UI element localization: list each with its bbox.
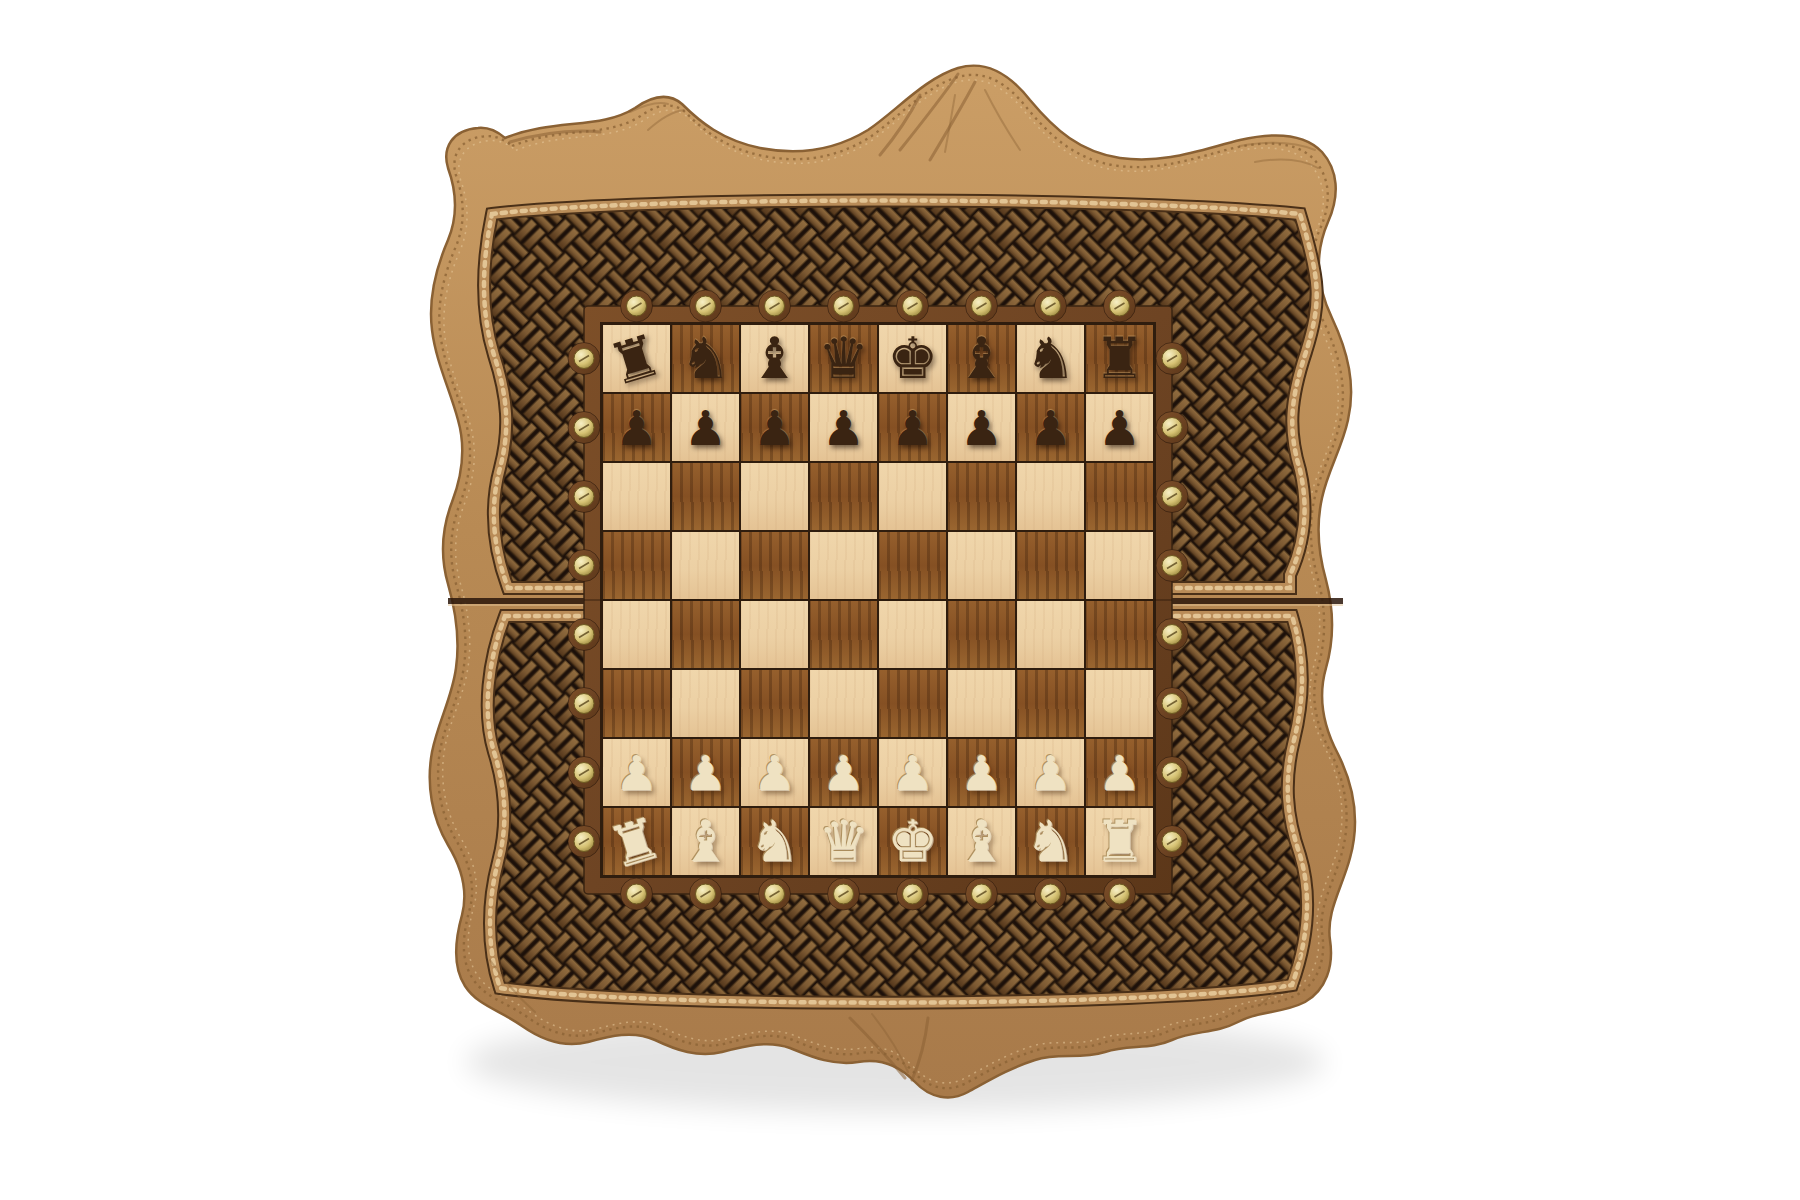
square-h7[interactable]: ♟ — [1085, 393, 1154, 462]
square-b2[interactable]: ♟ — [671, 738, 740, 807]
square-e3[interactable] — [878, 669, 947, 738]
square-f2[interactable]: ♟ — [947, 738, 1016, 807]
piece-black-bishop: ♝ — [956, 330, 1007, 387]
square-h4[interactable] — [1085, 600, 1154, 669]
square-b8[interactable]: ♞ — [671, 324, 740, 393]
piece-black-pawn: ♟ — [615, 404, 658, 452]
piece-white-pawn: ♟ — [1098, 749, 1141, 797]
square-c3[interactable] — [740, 669, 809, 738]
square-h6[interactable] — [1085, 462, 1154, 531]
square-e2[interactable]: ♟ — [878, 738, 947, 807]
square-g7[interactable]: ♟ — [1016, 393, 1085, 462]
piece-black-rook: ♜ — [602, 325, 668, 394]
piece-white-rook: ♜ — [1094, 813, 1145, 870]
piece-black-pawn: ♟ — [684, 404, 727, 452]
square-e1[interactable]: ♚ — [878, 807, 947, 876]
piece-white-knight: ♞ — [1025, 813, 1076, 870]
square-a4[interactable] — [602, 600, 671, 669]
piece-white-pawn: ♟ — [615, 749, 658, 797]
square-c5[interactable] — [740, 531, 809, 600]
square-b3[interactable] — [671, 669, 740, 738]
square-c7[interactable]: ♟ — [740, 393, 809, 462]
square-a8[interactable]: ♜ — [602, 324, 671, 393]
square-a2[interactable]: ♟ — [602, 738, 671, 807]
square-f1[interactable]: ♝ — [947, 807, 1016, 876]
square-a1[interactable]: ♜ — [602, 807, 671, 876]
piece-white-pawn: ♟ — [891, 749, 934, 797]
piece-black-rook: ♜ — [1094, 330, 1145, 387]
square-f6[interactable] — [947, 462, 1016, 531]
square-a6[interactable] — [602, 462, 671, 531]
square-a5[interactable] — [602, 531, 671, 600]
piece-black-queen: ♛ — [818, 330, 869, 387]
square-h1[interactable]: ♜ — [1085, 807, 1154, 876]
square-g1[interactable]: ♞ — [1016, 807, 1085, 876]
square-d1[interactable]: ♛ — [809, 807, 878, 876]
square-e5[interactable] — [878, 531, 947, 600]
square-g4[interactable] — [1016, 600, 1085, 669]
square-d7[interactable]: ♟ — [809, 393, 878, 462]
piece-black-pawn: ♟ — [753, 404, 796, 452]
square-h5[interactable] — [1085, 531, 1154, 600]
square-e4[interactable] — [878, 600, 947, 669]
square-d8[interactable]: ♛ — [809, 324, 878, 393]
square-e7[interactable]: ♟ — [878, 393, 947, 462]
piece-white-pawn: ♟ — [822, 749, 865, 797]
square-d3[interactable] — [809, 669, 878, 738]
square-g5[interactable] — [1016, 531, 1085, 600]
square-h2[interactable]: ♟ — [1085, 738, 1154, 807]
square-g8[interactable]: ♞ — [1016, 324, 1085, 393]
piece-black-bishop: ♝ — [749, 330, 800, 387]
square-f4[interactable] — [947, 600, 1016, 669]
square-a7[interactable]: ♟ — [602, 393, 671, 462]
piece-white-bishop: ♝ — [680, 813, 731, 870]
piece-black-king: ♚ — [887, 330, 938, 387]
piece-white-pawn: ♟ — [684, 749, 727, 797]
square-c1[interactable]: ♞ — [740, 807, 809, 876]
square-g6[interactable] — [1016, 462, 1085, 531]
square-c6[interactable] — [740, 462, 809, 531]
piece-white-queen: ♛ — [818, 813, 869, 870]
square-e6[interactable] — [878, 462, 947, 531]
square-f5[interactable] — [947, 531, 1016, 600]
square-c8[interactable]: ♝ — [740, 324, 809, 393]
square-c2[interactable]: ♟ — [740, 738, 809, 807]
square-f3[interactable] — [947, 669, 1016, 738]
square-b5[interactable] — [671, 531, 740, 600]
square-h8[interactable]: ♜ — [1085, 324, 1154, 393]
square-b6[interactable] — [671, 462, 740, 531]
square-b7[interactable]: ♟ — [671, 393, 740, 462]
square-a3[interactable] — [602, 669, 671, 738]
square-b1[interactable]: ♝ — [671, 807, 740, 876]
board-fold-line — [584, 599, 1172, 601]
piece-white-knight: ♞ — [749, 813, 800, 870]
piece-white-pawn: ♟ — [960, 749, 1003, 797]
square-f8[interactable]: ♝ — [947, 324, 1016, 393]
piece-black-knight: ♞ — [1025, 330, 1076, 387]
piece-white-bishop: ♝ — [956, 813, 1007, 870]
square-f7[interactable]: ♟ — [947, 393, 1016, 462]
piece-black-pawn: ♟ — [891, 404, 934, 452]
photo-stage: ♜♞♝♛♚♝♞♜♟♟♟♟♟♟♟♟♟♟♟♟♟♟♟♟♜♝♞♛♚♝♞♜ — [0, 0, 1800, 1200]
piece-black-pawn: ♟ — [822, 404, 865, 452]
square-h3[interactable] — [1085, 669, 1154, 738]
square-d2[interactable]: ♟ — [809, 738, 878, 807]
piece-black-pawn: ♟ — [960, 404, 1003, 452]
square-g3[interactable] — [1016, 669, 1085, 738]
square-d5[interactable] — [809, 531, 878, 600]
piece-black-knight: ♞ — [680, 330, 731, 387]
square-d6[interactable] — [809, 462, 878, 531]
piece-black-pawn: ♟ — [1029, 404, 1072, 452]
piece-white-pawn: ♟ — [1029, 749, 1072, 797]
piece-white-rook: ♜ — [602, 808, 668, 877]
square-e8[interactable]: ♚ — [878, 324, 947, 393]
piece-white-king: ♚ — [887, 813, 938, 870]
square-d4[interactable] — [809, 600, 878, 669]
square-c4[interactable] — [740, 600, 809, 669]
piece-black-pawn: ♟ — [1098, 404, 1141, 452]
square-b4[interactable] — [671, 600, 740, 669]
piece-white-pawn: ♟ — [753, 749, 796, 797]
square-g2[interactable]: ♟ — [1016, 738, 1085, 807]
